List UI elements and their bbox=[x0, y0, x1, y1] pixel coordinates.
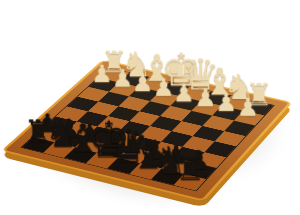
white-rook: ♜ bbox=[101, 47, 123, 77]
white-king: ♚ bbox=[160, 46, 183, 92]
board-grid: ♜♞♝♚♛♝♞♜♟♟♟♟♟♟♟♟♟♟♟♟♟♟♟♟♜♞♝♚♛♝♞♜ bbox=[20, 68, 274, 192]
square-d4 bbox=[150, 116, 181, 131]
white-bishop: ♝ bbox=[140, 50, 163, 87]
white-knight: ♞ bbox=[223, 70, 246, 105]
white-bishop: ♝ bbox=[202, 64, 225, 101]
chessboard: ♜♞♝♚♛♝♞♜♟♟♟♟♟♟♟♟♟♟♟♟♟♟♟♟♜♞♝♚♛♝♞♜ bbox=[1, 60, 293, 202]
white-queen: ♛ bbox=[181, 54, 204, 97]
black-pawn: ♟ bbox=[36, 111, 60, 136]
white-rook: ♜ bbox=[245, 79, 268, 110]
board-rim: ♜♞♝♚♛♝♞♜♟♟♟♟♟♟♟♟♟♟♟♟♟♟♟♟♜♞♝♚♛♝♞♜ bbox=[1, 60, 293, 202]
black-rook: ♜ bbox=[24, 115, 48, 147]
white-knight: ♞ bbox=[120, 47, 143, 82]
chess-set-photo: ♜♞♝♚♛♝♞♜♟♟♟♟♟♟♟♟♟♟♟♟♟♟♟♟♜♞♝♚♛♝♞♜ bbox=[0, 0, 300, 215]
board-margin: ♜♞♝♚♛♝♞♜♟♟♟♟♟♟♟♟♟♟♟♟♟♟♟♟♜♞♝♚♛♝♞♜ bbox=[5, 61, 289, 199]
